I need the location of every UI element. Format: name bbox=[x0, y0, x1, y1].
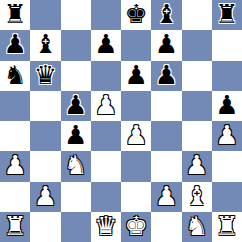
black-pawn-piece[interactable]: ♟ bbox=[64, 92, 87, 118]
square-g6[interactable] bbox=[182, 61, 212, 91]
square-a3[interactable]: ♟ bbox=[0, 151, 30, 181]
square-d4[interactable] bbox=[91, 121, 121, 151]
square-h6[interactable] bbox=[212, 61, 242, 91]
square-h7[interactable] bbox=[212, 30, 242, 60]
square-d6[interactable] bbox=[91, 61, 121, 91]
black-pawn-piece[interactable]: ♟ bbox=[155, 62, 178, 88]
square-h2[interactable] bbox=[212, 182, 242, 212]
square-e7[interactable] bbox=[121, 30, 151, 60]
black-queen-piece[interactable]: ♛ bbox=[34, 62, 57, 88]
white-bishop-piece[interactable]: ♝ bbox=[185, 183, 208, 209]
square-f5[interactable] bbox=[151, 91, 181, 121]
square-b6[interactable]: ♛ bbox=[30, 61, 60, 91]
square-c7[interactable] bbox=[61, 30, 91, 60]
square-h1[interactable]: ♜ bbox=[212, 212, 242, 242]
square-f7[interactable]: ♟ bbox=[151, 30, 181, 60]
square-c5[interactable]: ♟ bbox=[61, 91, 91, 121]
square-d8[interactable] bbox=[91, 0, 121, 30]
square-b8[interactable] bbox=[30, 0, 60, 30]
white-king-piece[interactable]: ♚ bbox=[124, 213, 147, 239]
square-a4[interactable] bbox=[0, 121, 30, 151]
chess-board: ♜♚♝♜♟♝♟♟♞♛♟♟♟♟♟♟♟♟♟♞♟♟♟♝♜♛♚♞♜ bbox=[0, 0, 242, 242]
square-b4[interactable] bbox=[30, 121, 60, 151]
white-pawn-piece[interactable]: ♟ bbox=[94, 92, 117, 118]
white-pawn-piece[interactable]: ♟ bbox=[155, 183, 178, 209]
white-knight-piece[interactable]: ♞ bbox=[185, 213, 208, 239]
black-knight-piece[interactable]: ♞ bbox=[3, 62, 26, 88]
square-d1[interactable]: ♛ bbox=[91, 212, 121, 242]
black-rook-piece[interactable]: ♜ bbox=[215, 1, 238, 27]
white-rook-piece[interactable]: ♜ bbox=[215, 213, 238, 239]
square-e6[interactable]: ♟ bbox=[121, 61, 151, 91]
square-g3[interactable]: ♟ bbox=[182, 151, 212, 181]
white-rook-piece[interactable]: ♜ bbox=[3, 213, 26, 239]
black-pawn-piece[interactable]: ♟ bbox=[215, 92, 238, 118]
black-bishop-piece[interactable]: ♝ bbox=[34, 31, 57, 57]
square-g5[interactable] bbox=[182, 91, 212, 121]
black-pawn-piece[interactable]: ♟ bbox=[3, 31, 26, 57]
black-king-piece[interactable]: ♚ bbox=[124, 1, 147, 27]
square-h4[interactable]: ♟ bbox=[212, 121, 242, 151]
white-pawn-piece[interactable]: ♟ bbox=[3, 152, 26, 178]
white-pawn-piece[interactable]: ♟ bbox=[124, 122, 147, 148]
square-b3[interactable] bbox=[30, 151, 60, 181]
black-pawn-piece[interactable]: ♟ bbox=[94, 31, 117, 57]
square-e5[interactable] bbox=[121, 91, 151, 121]
square-h3[interactable] bbox=[212, 151, 242, 181]
square-h8[interactable]: ♜ bbox=[212, 0, 242, 30]
square-c6[interactable] bbox=[61, 61, 91, 91]
square-e8[interactable]: ♚ bbox=[121, 0, 151, 30]
square-g7[interactable] bbox=[182, 30, 212, 60]
square-f1[interactable] bbox=[151, 212, 181, 242]
white-pawn-piece[interactable]: ♟ bbox=[34, 183, 57, 209]
square-c4[interactable]: ♟ bbox=[61, 121, 91, 151]
square-g4[interactable] bbox=[182, 121, 212, 151]
square-h5[interactable]: ♟ bbox=[212, 91, 242, 121]
square-f2[interactable]: ♟ bbox=[151, 182, 181, 212]
square-c1[interactable] bbox=[61, 212, 91, 242]
square-d3[interactable] bbox=[91, 151, 121, 181]
square-f8[interactable]: ♝ bbox=[151, 0, 181, 30]
square-e4[interactable]: ♟ bbox=[121, 121, 151, 151]
black-rook-piece[interactable]: ♜ bbox=[3, 1, 26, 27]
square-g2[interactable]: ♝ bbox=[182, 182, 212, 212]
square-c3[interactable]: ♞ bbox=[61, 151, 91, 181]
square-g1[interactable]: ♞ bbox=[182, 212, 212, 242]
board-container: ♜♚♝♜♟♝♟♟♞♛♟♟♟♟♟♟♟♟♟♞♟♟♟♝♜♛♚♞♜ bbox=[0, 0, 242, 242]
square-a8[interactable]: ♜ bbox=[0, 0, 30, 30]
square-b5[interactable] bbox=[30, 91, 60, 121]
black-pawn-piece[interactable]: ♟ bbox=[64, 122, 87, 148]
black-bishop-piece[interactable]: ♝ bbox=[155, 1, 178, 27]
square-b2[interactable]: ♟ bbox=[30, 182, 60, 212]
square-c2[interactable] bbox=[61, 182, 91, 212]
square-c8[interactable] bbox=[61, 0, 91, 30]
white-pawn-piece[interactable]: ♟ bbox=[215, 122, 238, 148]
square-f4[interactable] bbox=[151, 121, 181, 151]
white-knight-piece[interactable]: ♞ bbox=[64, 152, 87, 178]
square-f3[interactable] bbox=[151, 151, 181, 181]
square-d7[interactable]: ♟ bbox=[91, 30, 121, 60]
square-b1[interactable] bbox=[30, 212, 60, 242]
black-pawn-piece[interactable]: ♟ bbox=[124, 62, 147, 88]
black-pawn-piece[interactable]: ♟ bbox=[155, 31, 178, 57]
square-a6[interactable]: ♞ bbox=[0, 61, 30, 91]
square-e3[interactable] bbox=[121, 151, 151, 181]
square-f6[interactable]: ♟ bbox=[151, 61, 181, 91]
square-d2[interactable] bbox=[91, 182, 121, 212]
square-e1[interactable]: ♚ bbox=[121, 212, 151, 242]
square-b7[interactable]: ♝ bbox=[30, 30, 60, 60]
square-a2[interactable] bbox=[0, 182, 30, 212]
square-e2[interactable] bbox=[121, 182, 151, 212]
square-g8[interactable] bbox=[182, 0, 212, 30]
square-a1[interactable]: ♜ bbox=[0, 212, 30, 242]
white-queen-piece[interactable]: ♛ bbox=[94, 213, 117, 239]
square-a5[interactable] bbox=[0, 91, 30, 121]
square-d5[interactable]: ♟ bbox=[91, 91, 121, 121]
white-pawn-piece[interactable]: ♟ bbox=[185, 152, 208, 178]
square-a7[interactable]: ♟ bbox=[0, 30, 30, 60]
